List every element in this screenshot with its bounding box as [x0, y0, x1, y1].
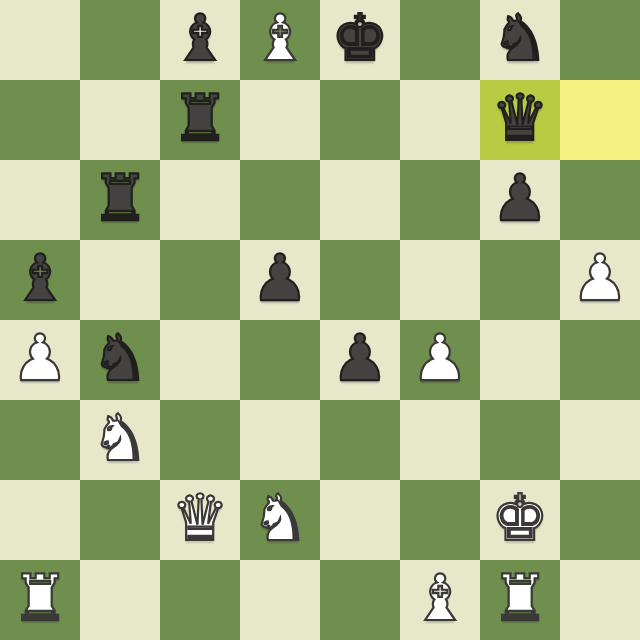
square-e8[interactable]: ♚: [320, 0, 400, 80]
square-d3[interactable]: [240, 400, 320, 480]
black-knight-piece[interactable]: ♞: [491, 0, 548, 78]
square-e4[interactable]: ♟: [320, 320, 400, 400]
black-king-piece[interactable]: ♚: [331, 0, 388, 78]
square-h8[interactable]: [560, 0, 640, 80]
square-b8[interactable]: [80, 0, 160, 80]
square-c8[interactable]: ♝: [160, 0, 240, 80]
square-a4[interactable]: ♟: [0, 320, 80, 400]
square-a3[interactable]: [0, 400, 80, 480]
square-c2[interactable]: ♛: [160, 480, 240, 560]
square-a6[interactable]: [0, 160, 80, 240]
square-g3[interactable]: [480, 400, 560, 480]
white-bishop-piece[interactable]: ♝: [411, 558, 468, 638]
black-pawn-piece[interactable]: ♟: [491, 158, 548, 238]
black-bishop-piece[interactable]: ♝: [171, 0, 228, 78]
square-b1[interactable]: [80, 560, 160, 640]
white-king-piece[interactable]: ♚: [491, 478, 548, 558]
square-e3[interactable]: [320, 400, 400, 480]
square-f3[interactable]: [400, 400, 480, 480]
square-g5[interactable]: [480, 240, 560, 320]
black-knight-piece[interactable]: ♞: [91, 318, 148, 398]
white-knight-piece[interactable]: ♞: [251, 478, 308, 558]
square-b7[interactable]: [80, 80, 160, 160]
square-b5[interactable]: [80, 240, 160, 320]
chess-board-container: ♝♝♚♞♜♛♜♟♝♟♟♟♞♟♟♞♛♞♚♜♝♜: [0, 0, 640, 640]
square-c6[interactable]: [160, 160, 240, 240]
square-b6[interactable]: ♜: [80, 160, 160, 240]
square-d5[interactable]: ♟: [240, 240, 320, 320]
square-g8[interactable]: ♞: [480, 0, 560, 80]
black-rook-piece[interactable]: ♜: [91, 158, 148, 238]
white-knight-piece[interactable]: ♞: [91, 398, 148, 478]
square-b4[interactable]: ♞: [80, 320, 160, 400]
square-g4[interactable]: [480, 320, 560, 400]
square-c5[interactable]: [160, 240, 240, 320]
square-c4[interactable]: [160, 320, 240, 400]
square-c1[interactable]: [160, 560, 240, 640]
square-e7[interactable]: [320, 80, 400, 160]
chess-board: ♝♝♚♞♜♛♜♟♝♟♟♟♞♟♟♞♛♞♚♜♝♜: [0, 0, 640, 640]
white-pawn-piece[interactable]: ♟: [411, 318, 468, 398]
square-b3[interactable]: ♞: [80, 400, 160, 480]
square-f2[interactable]: [400, 480, 480, 560]
square-c3[interactable]: [160, 400, 240, 480]
square-f8[interactable]: [400, 0, 480, 80]
square-h7[interactable]: [560, 80, 640, 160]
square-c7[interactable]: ♜: [160, 80, 240, 160]
square-e5[interactable]: [320, 240, 400, 320]
square-a8[interactable]: [0, 0, 80, 80]
square-d8[interactable]: ♝: [240, 0, 320, 80]
white-rook-piece[interactable]: ♜: [11, 558, 68, 638]
square-h1[interactable]: [560, 560, 640, 640]
square-g1[interactable]: ♜: [480, 560, 560, 640]
square-a5[interactable]: ♝: [0, 240, 80, 320]
square-e2[interactable]: [320, 480, 400, 560]
square-d7[interactable]: [240, 80, 320, 160]
square-e6[interactable]: [320, 160, 400, 240]
square-g2[interactable]: ♚: [480, 480, 560, 560]
square-e1[interactable]: [320, 560, 400, 640]
square-a1[interactable]: ♜: [0, 560, 80, 640]
square-h4[interactable]: [560, 320, 640, 400]
black-pawn-piece[interactable]: ♟: [251, 238, 308, 318]
square-a2[interactable]: [0, 480, 80, 560]
square-g7[interactable]: ♛: [480, 80, 560, 160]
square-f7[interactable]: [400, 80, 480, 160]
square-d2[interactable]: ♞: [240, 480, 320, 560]
square-f5[interactable]: [400, 240, 480, 320]
black-bishop-piece[interactable]: ♝: [11, 238, 68, 318]
square-h6[interactable]: [560, 160, 640, 240]
white-queen-piece[interactable]: ♛: [171, 478, 228, 558]
square-d1[interactable]: [240, 560, 320, 640]
square-f1[interactable]: ♝: [400, 560, 480, 640]
square-g6[interactable]: ♟: [480, 160, 560, 240]
square-d6[interactable]: [240, 160, 320, 240]
white-pawn-piece[interactable]: ♟: [571, 238, 628, 318]
square-f6[interactable]: [400, 160, 480, 240]
square-f4[interactable]: ♟: [400, 320, 480, 400]
square-h5[interactable]: ♟: [560, 240, 640, 320]
square-h3[interactable]: [560, 400, 640, 480]
black-queen-piece[interactable]: ♛: [491, 78, 548, 158]
square-d4[interactable]: [240, 320, 320, 400]
square-b2[interactable]: [80, 480, 160, 560]
white-pawn-piece[interactable]: ♟: [11, 318, 68, 398]
black-pawn-piece[interactable]: ♟: [331, 318, 388, 398]
white-bishop-piece[interactable]: ♝: [251, 0, 308, 78]
square-a7[interactable]: [0, 80, 80, 160]
black-rook-piece[interactable]: ♜: [171, 78, 228, 158]
white-rook-piece[interactable]: ♜: [491, 558, 548, 638]
square-h2[interactable]: [560, 480, 640, 560]
